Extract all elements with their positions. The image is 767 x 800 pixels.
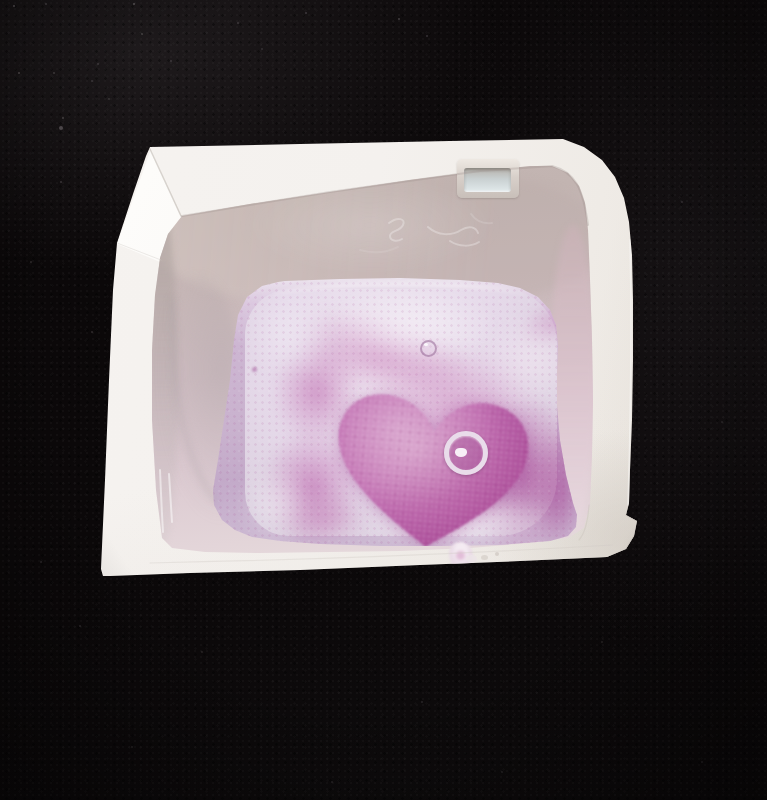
ring-bubble [444, 431, 488, 475]
liquid-surface-highlight [272, 283, 528, 312]
dried-drip-small [466, 555, 477, 563]
plastic-tray [0, 0, 767, 800]
bubble-glint [455, 448, 467, 457]
tab-notch [457, 159, 519, 198]
fabric-lint-speckles [0, 0, 2, 2]
rim-crumb [481, 555, 488, 560]
small-air-bubble [420, 340, 437, 357]
rim-crumb-small [495, 552, 499, 556]
candy-heart [320, 380, 544, 563]
photo-candy-tray [0, 0, 767, 800]
candy-heart-body [320, 380, 544, 563]
tab-notch-recess [464, 168, 511, 192]
speck-bubble [252, 367, 257, 372]
